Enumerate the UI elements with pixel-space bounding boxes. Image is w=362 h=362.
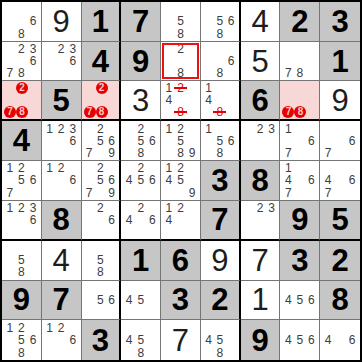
cell-r3c9[interactable]: 9 <box>320 81 360 121</box>
cell-r8c4[interactable]: 45 <box>121 281 161 321</box>
candidate-circled: 7 <box>4 106 16 118</box>
given-digit: 3 <box>211 165 228 196</box>
candidate: 8 <box>214 147 225 159</box>
candidate: 4 <box>282 174 294 186</box>
candidate: 8 <box>214 67 225 79</box>
cell-r3c7[interactable]: 6 <box>241 81 281 121</box>
pencil-marks: 467 <box>320 161 360 200</box>
cell-r8c1[interactable]: 9 <box>2 281 42 321</box>
cell-r5c3[interactable]: 25679 <box>82 161 122 201</box>
candidate: 8 <box>175 147 187 159</box>
cell-r9c3[interactable]: 3 <box>82 320 122 360</box>
cell-r2c8[interactable]: 78 <box>280 42 320 82</box>
candidate: 1 <box>44 162 56 174</box>
cell-r2c9[interactable]: 1 <box>320 42 360 82</box>
pencil-marks: 1568 <box>201 121 239 160</box>
candidate: 8 <box>16 67 28 79</box>
candidate: 2 <box>16 43 28 55</box>
candidate: 8 <box>175 27 187 39</box>
candidate: 5 <box>214 15 225 27</box>
cell-r4c9[interactable]: 67 <box>320 121 360 161</box>
pencil-marks: 246 <box>121 201 160 239</box>
given-digit: 8 <box>331 284 348 315</box>
cell-r9c8[interactable]: 456 <box>280 320 320 360</box>
candidate: 6 <box>346 135 358 147</box>
cell-r9c2[interactable]: 126 <box>42 320 82 360</box>
pencil-marks: 456 <box>280 281 319 320</box>
candidate: 8 <box>214 346 225 359</box>
cell-r7c3[interactable]: 58 <box>82 241 122 281</box>
candidate: 7 <box>282 67 294 79</box>
candidate: 7 <box>84 147 95 159</box>
candidate: 7 <box>282 147 294 159</box>
cell-r2c1[interactable]: 23678 <box>2 42 42 82</box>
pencil-marks: 58 <box>161 2 200 41</box>
cell-r5c4[interactable]: 2456 <box>121 161 161 201</box>
candidate: 2 <box>175 122 187 134</box>
pencil-marks: 12589 <box>161 121 200 160</box>
candidate: 2 <box>95 122 106 134</box>
candidate: 2 <box>16 321 28 334</box>
given-digit: 7 <box>53 284 70 315</box>
pencil-marks: 167 <box>280 121 319 160</box>
candidate: 7 <box>322 147 334 159</box>
candidate: 4 <box>123 294 135 306</box>
candidate: 1 <box>44 122 56 134</box>
cell-r5c5[interactable]: 12459 <box>161 161 201 201</box>
pencil-marks: 68 <box>201 42 239 81</box>
solved-digit: 3 <box>132 85 149 116</box>
given-digit: 9 <box>291 204 308 235</box>
candidate: 6 <box>67 174 79 186</box>
cell-r5c1[interactable]: 12567 <box>2 161 42 201</box>
pencil-marks: 45 <box>121 281 160 320</box>
candidate: 9 <box>106 147 117 159</box>
candidate: 6 <box>27 174 39 186</box>
candidate: 6 <box>67 55 79 67</box>
candidate: 3 <box>266 122 278 134</box>
cell-r1c4[interactable]: 7 <box>121 2 161 42</box>
cell-r8c2[interactable]: 7 <box>42 281 82 321</box>
given-digit: 4 <box>92 46 109 77</box>
cell-r2c5[interactable]: 28 <box>161 42 201 82</box>
cell-r3c4[interactable]: 3 <box>121 81 161 121</box>
candidate: 2 <box>135 122 147 134</box>
candidate: 2 <box>55 43 67 55</box>
cell-r1c3[interactable]: 1 <box>82 2 122 42</box>
candidate: 7 <box>4 187 16 199</box>
candidate: 5 <box>175 174 187 186</box>
candidate: 1 <box>4 202 16 214</box>
cell-r7c1[interactable]: 58 <box>2 241 42 281</box>
pencil-marks: 78 <box>280 81 319 119</box>
given-digit: 3 <box>92 325 109 356</box>
pencil-marks: 278 <box>2 81 41 119</box>
cell-r5c8[interactable]: 1467 <box>280 161 320 201</box>
cell-r1c2[interactable]: 9 <box>42 2 82 42</box>
candidate: 5 <box>16 174 28 186</box>
candidate: 5 <box>294 334 306 347</box>
pencil-marks: 23 <box>241 121 280 160</box>
cell-r3c2[interactable]: 5 <box>42 81 82 121</box>
candidate: 8 <box>294 67 306 79</box>
cell-r5c7[interactable]: 8 <box>241 161 281 201</box>
candidate: 6 <box>346 174 358 186</box>
cell-r2c4[interactable]: 9 <box>121 42 161 82</box>
candidate: 6 <box>225 135 236 147</box>
candidate: 4 <box>123 174 135 186</box>
candidate: 4 <box>203 334 214 347</box>
pencil-marks: 25679 <box>82 121 120 160</box>
cell-r5c2[interactable]: 126 <box>42 161 82 201</box>
solved-digit: 5 <box>251 46 268 77</box>
cell-r4c7[interactable]: 23 <box>241 121 281 161</box>
candidate: 5 <box>135 334 147 347</box>
given-digit: 4 <box>13 125 30 156</box>
candidate: 5 <box>135 174 147 186</box>
candidate: 8 <box>175 67 187 79</box>
cell-r4c2[interactable]: 1236 <box>42 121 82 161</box>
given-digit: 6 <box>251 85 268 116</box>
candidate-circled: 8 <box>96 106 108 118</box>
cell-r7c5[interactable]: 6 <box>161 241 201 281</box>
pencil-marks: 278 <box>82 81 120 119</box>
cell-r5c6[interactable]: 3 <box>201 161 241 201</box>
cell-r8c8[interactable]: 456 <box>280 281 320 321</box>
cell-r1c8[interactable]: 2 <box>280 2 320 42</box>
pencil-marks: 1248 <box>161 81 200 119</box>
candidate: 5 <box>95 135 106 147</box>
cell-r4c3[interactable]: 25679 <box>82 121 122 161</box>
candidate: 8 <box>16 346 28 359</box>
given-digit: 9 <box>132 46 149 77</box>
pencil-marks: 458 <box>121 320 160 360</box>
pencil-marks: 67 <box>320 121 360 160</box>
given-digit: 9 <box>13 284 30 315</box>
candidate: 5 <box>95 294 106 306</box>
pencil-marks: 456 <box>280 320 319 360</box>
candidate: 4 <box>322 334 334 347</box>
candidate: 2 <box>16 202 28 214</box>
candidate: 2 <box>175 202 187 214</box>
candidate: 5 <box>175 15 187 27</box>
cell-r3c8[interactable]: 78 <box>280 81 320 121</box>
cell-r6c7[interactable]: 23 <box>241 201 281 241</box>
cell-r1c7[interactable]: 4 <box>241 2 281 42</box>
cell-r7c6[interactable]: 9 <box>201 241 241 281</box>
cell-r1c1[interactable]: 68 <box>2 2 42 42</box>
candidate: 8 <box>135 346 147 359</box>
given-digit: 5 <box>331 204 348 235</box>
candidate-eliminated: 8 <box>175 106 187 118</box>
cell-r2c2[interactable]: 236 <box>42 42 82 82</box>
pencil-marks: 126 <box>42 161 81 200</box>
given-digit: 9 <box>251 325 268 356</box>
candidate: 8 <box>214 27 225 39</box>
pencil-marks: 12568 <box>2 320 41 360</box>
given-digit: 3 <box>331 6 348 37</box>
candidate: 6 <box>67 135 79 147</box>
pencil-marks: 26 <box>82 201 120 239</box>
candidate: 7 <box>282 187 294 199</box>
solved-digit: 4 <box>53 245 70 276</box>
candidate: 8 <box>95 266 106 278</box>
candidate: 5 <box>16 334 28 347</box>
solved-digit: 9 <box>53 6 70 37</box>
sudoku-board: 6891758568423236782364928685781278527831… <box>0 0 362 362</box>
candidate-eliminated: 2 <box>175 82 187 94</box>
cell-r2c6[interactable]: 68 <box>201 42 241 82</box>
pencil-marks: 58 <box>82 241 120 280</box>
solved-digit: 1 <box>251 284 268 315</box>
candidate: 6 <box>306 174 318 186</box>
cell-r6c9[interactable]: 5 <box>320 201 360 241</box>
cell-r1c5[interactable]: 58 <box>161 2 201 42</box>
candidate: 1 <box>203 122 214 134</box>
pencil-marks: 78 <box>280 42 319 81</box>
pencil-marks: 568 <box>201 2 239 41</box>
candidate: 4 <box>123 334 135 347</box>
cell-r1c6[interactable]: 568 <box>201 2 241 42</box>
cell-r9c4[interactable]: 458 <box>121 320 161 360</box>
candidate-circled: 7 <box>282 106 294 118</box>
cell-r6c8[interactable]: 9 <box>280 201 320 241</box>
cell-r6c5[interactable]: 124 <box>161 201 201 241</box>
candidate: 5 <box>294 294 306 306</box>
candidate: 2 <box>254 122 266 134</box>
cell-r4c4[interactable]: 2568 <box>121 121 161 161</box>
candidate: 6 <box>225 15 236 27</box>
pencil-marks: 1467 <box>280 161 319 200</box>
cell-r6c1[interactable]: 1236 <box>2 201 42 241</box>
candidate: 1 <box>4 321 16 334</box>
candidate: 6 <box>106 174 117 186</box>
cell-r9c5[interactable]: 7 <box>161 320 201 360</box>
pencil-marks: 1236 <box>2 201 41 239</box>
pencil-marks: 25679 <box>82 161 120 200</box>
given-digit: 1 <box>331 46 348 77</box>
cell-r9c9[interactable]: 46 <box>320 320 360 360</box>
candidate: 3 <box>266 202 278 214</box>
cell-r3c1[interactable]: 278 <box>2 81 42 121</box>
cell-r7c7[interactable]: 7 <box>241 241 281 281</box>
cell-r1c9[interactable]: 3 <box>320 2 360 42</box>
cell-r6c3[interactable]: 26 <box>82 201 122 241</box>
pencil-marks: 236 <box>42 42 81 81</box>
cell-r9c6[interactable]: 458 <box>201 320 241 360</box>
cell-r8c6[interactable]: 2 <box>201 281 241 321</box>
cell-r9c7[interactable]: 9 <box>241 320 281 360</box>
solved-digit: 9 <box>331 85 348 116</box>
candidate: 6 <box>225 55 236 67</box>
pencil-marks: 2568 <box>121 121 160 160</box>
pencil-marks: 1236 <box>42 121 81 160</box>
given-digit: 2 <box>331 245 348 276</box>
candidate: 2 <box>95 202 106 214</box>
candidate: 5 <box>95 174 106 186</box>
cell-r8c9[interactable]: 8 <box>320 281 360 321</box>
given-digit: 5 <box>53 85 70 116</box>
candidate-circled: 8 <box>294 106 306 118</box>
candidate: 3 <box>67 122 79 134</box>
cell-r2c3[interactable]: 4 <box>82 42 122 82</box>
candidate: 1 <box>44 321 56 334</box>
candidate: 4 <box>282 294 294 306</box>
candidate: 6 <box>147 174 159 186</box>
candidate: 6 <box>306 135 318 147</box>
pencil-marks: 68 <box>2 2 41 41</box>
given-digit: 2 <box>211 284 228 315</box>
candidate: 2 <box>55 122 67 134</box>
candidate: 4 <box>322 174 334 186</box>
candidate: 6 <box>106 214 117 226</box>
cell-r3c6[interactable]: 148 <box>201 81 241 121</box>
pencil-marks: 126 <box>42 320 81 360</box>
given-digit: 7 <box>211 204 228 235</box>
given-digit: 7 <box>132 6 149 37</box>
candidate: 8 <box>16 266 28 278</box>
pencil-marks: 12567 <box>2 161 41 200</box>
candidate: 6 <box>67 334 79 347</box>
pencil-marks: 12459 <box>161 161 200 200</box>
cell-r5c9[interactable]: 467 <box>320 161 360 201</box>
candidate: 6 <box>27 55 39 67</box>
given-digit: 2 <box>291 6 308 37</box>
cell-r7c4[interactable]: 1 <box>121 241 161 281</box>
candidate-circled: 2 <box>16 82 28 94</box>
solved-digit: 7 <box>251 245 268 276</box>
cell-r7c2[interactable]: 4 <box>42 241 82 281</box>
given-digit: 1 <box>92 6 109 37</box>
pencil-marks: 56 <box>82 281 120 320</box>
candidate: 4 <box>163 174 175 186</box>
candidate: 7 <box>322 187 334 199</box>
given-digit: 1 <box>132 245 149 276</box>
pencil-marks: 148 <box>201 81 239 119</box>
candidate: 1 <box>4 162 16 174</box>
solved-digit: 9 <box>211 245 228 276</box>
candidate: 6 <box>346 334 358 347</box>
candidate: 9 <box>106 187 117 199</box>
candidate: 6 <box>106 294 117 306</box>
candidate: 6 <box>147 214 159 226</box>
candidate: 6 <box>147 135 159 147</box>
cell-r4c5[interactable]: 12589 <box>161 121 201 161</box>
solved-digit: 4 <box>251 6 268 37</box>
cell-r7c8[interactable]: 3 <box>280 241 320 281</box>
pencil-marks: 23 <box>241 201 280 239</box>
candidate: 4 <box>282 334 294 347</box>
cell-r6c2[interactable]: 8 <box>42 201 82 241</box>
candidate: 2 <box>55 162 67 174</box>
candidate: 8 <box>16 27 28 39</box>
cell-r6c6[interactable]: 7 <box>201 201 241 241</box>
candidate: 2 <box>135 202 147 214</box>
candidate: 6 <box>27 15 39 27</box>
cell-r8c3[interactable]: 56 <box>82 281 122 321</box>
candidate-circled: 2 <box>96 82 108 94</box>
candidate: 7 <box>4 67 16 79</box>
given-digit: 8 <box>251 165 268 196</box>
candidate: 4 <box>123 214 135 226</box>
pencil-marks: 58 <box>2 241 41 280</box>
candidate-circled: 7 <box>84 106 96 118</box>
pencil-marks: 28 <box>161 42 200 81</box>
candidate-circled: 8 <box>16 106 28 118</box>
candidate: 5 <box>135 294 147 306</box>
candidate: 9 <box>186 187 198 199</box>
cell-r8c7[interactable]: 1 <box>241 281 281 321</box>
cell-r7c9[interactable]: 2 <box>320 241 360 281</box>
candidate: 1 <box>282 122 294 134</box>
cell-r3c3[interactable]: 278 <box>82 81 122 121</box>
candidate: 4 <box>163 214 175 226</box>
candidate: 6 <box>306 334 318 347</box>
candidate: 2 <box>55 321 67 334</box>
solved-digit: 7 <box>172 325 189 356</box>
cell-r4c1[interactable]: 4 <box>2 121 42 161</box>
candidate: 2 <box>254 202 266 214</box>
cell-r3c5[interactable]: 1248 <box>161 81 201 121</box>
candidate: 6 <box>27 334 39 347</box>
cell-r9c1[interactable]: 12568 <box>2 320 42 360</box>
given-digit: 6 <box>172 245 189 276</box>
candidate: 4 <box>163 94 175 106</box>
pencil-marks: 124 <box>161 201 200 239</box>
given-digit: 3 <box>291 245 308 276</box>
given-digit: 8 <box>53 204 70 235</box>
cell-r4c6[interactable]: 1568 <box>201 121 241 161</box>
candidate: 6 <box>306 294 318 306</box>
candidate-eliminated: 8 <box>214 106 225 118</box>
candidate: 6 <box>27 214 39 226</box>
pencil-marks: 458 <box>201 320 239 360</box>
candidate: 7 <box>84 187 95 199</box>
candidate: 2 <box>175 43 187 55</box>
pencil-marks: 2456 <box>121 161 160 200</box>
cell-r4c8[interactable]: 167 <box>280 121 320 161</box>
cell-r6c4[interactable]: 246 <box>121 201 161 241</box>
candidate: 9 <box>186 147 198 159</box>
candidate: 4 <box>203 94 214 106</box>
candidate: 8 <box>135 147 147 159</box>
candidate: 1 <box>163 122 175 134</box>
pencil-marks: 23678 <box>2 42 41 81</box>
given-digit: 3 <box>172 284 189 315</box>
candidate: 5 <box>214 334 225 347</box>
cell-r2c7[interactable]: 5 <box>241 42 281 82</box>
pencil-marks: 46 <box>320 320 360 360</box>
cell-r8c5[interactable]: 3 <box>161 281 201 321</box>
